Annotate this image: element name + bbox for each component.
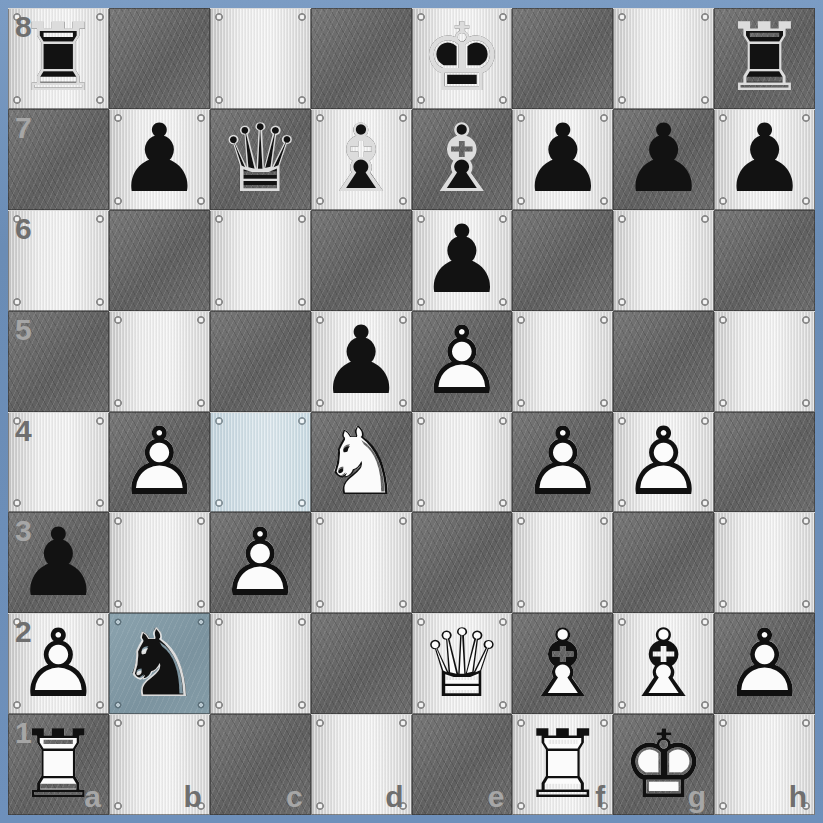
pawn-outline-icon: ♙ [512, 412, 613, 513]
pawn-outline-icon: ♙ [8, 613, 109, 714]
square-a1[interactable]: 1a♜♖ [8, 714, 109, 815]
square-g7[interactable]: ♟ [613, 109, 714, 210]
square-b7[interactable]: ♟ [109, 109, 210, 210]
knight-outline-icon: ♘ [311, 412, 412, 513]
square-f5[interactable] [512, 311, 613, 412]
square-d6[interactable] [311, 210, 412, 311]
square-b2[interactable]: ♞♘ [109, 613, 210, 714]
white-pawn[interactable]: ♟♙ [613, 412, 714, 513]
white-pawn[interactable]: ♟♙ [109, 412, 210, 513]
queen-outline-icon: ♕ [412, 613, 513, 714]
square-e3[interactable] [412, 512, 513, 613]
white-queen[interactable]: ♛♕ [412, 613, 513, 714]
white-rook[interactable]: ♜♖ [8, 714, 109, 815]
pawn-icon: ♟ [512, 109, 613, 210]
rank-label-5: 5 [15, 315, 32, 345]
square-d5[interactable]: ♟ [311, 311, 412, 412]
pawn-icon: ♟ [412, 210, 513, 311]
square-f6[interactable] [512, 210, 613, 311]
square-c5[interactable] [210, 311, 311, 412]
square-e1[interactable]: e [412, 714, 513, 815]
square-g8[interactable] [613, 8, 714, 109]
bishop-outline-icon: ♗ [412, 109, 513, 210]
square-h7[interactable]: ♟ [714, 109, 815, 210]
square-b6[interactable] [109, 210, 210, 311]
square-h4[interactable] [714, 412, 815, 513]
pawn-icon: ♟ [109, 109, 210, 210]
square-e6[interactable]: ♟ [412, 210, 513, 311]
black-pawn[interactable]: ♟ [412, 210, 513, 311]
black-pawn[interactable]: ♟ [512, 109, 613, 210]
square-a4[interactable]: 4 [8, 412, 109, 513]
square-c4[interactable] [210, 412, 311, 513]
square-g6[interactable] [613, 210, 714, 311]
white-bishop[interactable]: ♝♗ [613, 613, 714, 714]
square-h6[interactable] [714, 210, 815, 311]
square-c8[interactable] [210, 8, 311, 109]
file-label-d: d [385, 782, 403, 812]
pawn-outline-icon: ♙ [412, 311, 513, 412]
black-pawn[interactable]: ♟ [311, 311, 412, 412]
black-bishop[interactable]: ♝♗ [412, 109, 513, 210]
black-rook[interactable]: ♜♖ [714, 8, 815, 109]
pawn-outline-icon: ♙ [714, 613, 815, 714]
black-pawn[interactable]: ♟ [109, 109, 210, 210]
black-bishop[interactable]: ♝♗ [311, 109, 412, 210]
square-a5[interactable]: 5 [8, 311, 109, 412]
white-pawn[interactable]: ♟♙ [412, 311, 513, 412]
bishop-outline-icon: ♗ [613, 613, 714, 714]
king-outline-icon: ♔ [412, 8, 513, 109]
white-rook[interactable]: ♜♖ [512, 714, 613, 815]
file-label-e: e [488, 782, 505, 812]
square-a7[interactable]: 7 [8, 109, 109, 210]
square-e5[interactable]: ♟♙ [412, 311, 513, 412]
square-c6[interactable] [210, 210, 311, 311]
black-king[interactable]: ♚♔ [412, 8, 513, 109]
square-g4[interactable]: ♟♙ [613, 412, 714, 513]
square-f1[interactable]: f♜♖ [512, 714, 613, 815]
square-g1[interactable]: g♚♔ [613, 714, 714, 815]
square-h1[interactable]: h [714, 714, 815, 815]
square-d2[interactable] [311, 613, 412, 714]
black-knight[interactable]: ♞♘ [109, 613, 210, 714]
square-a2[interactable]: 2♟♙ [8, 613, 109, 714]
pawn-outline-icon: ♙ [613, 412, 714, 513]
square-f8[interactable] [512, 8, 613, 109]
square-c2[interactable] [210, 613, 311, 714]
rank-label-6: 6 [15, 214, 32, 244]
square-f7[interactable]: ♟ [512, 109, 613, 210]
pawn-icon: ♟ [613, 109, 714, 210]
white-pawn[interactable]: ♟♙ [512, 412, 613, 513]
white-bishop[interactable]: ♝♗ [512, 613, 613, 714]
square-h5[interactable] [714, 311, 815, 412]
square-c7[interactable]: ♛♕ [210, 109, 311, 210]
pawn-icon: ♟ [714, 109, 815, 210]
white-knight[interactable]: ♞♘ [311, 412, 412, 513]
white-pawn[interactable]: ♟♙ [714, 613, 815, 714]
square-g5[interactable] [613, 311, 714, 412]
pawn-icon: ♟ [8, 512, 109, 613]
square-e8[interactable]: ♚♔ [412, 8, 513, 109]
square-h3[interactable] [714, 512, 815, 613]
white-pawn[interactable]: ♟♙ [8, 613, 109, 714]
square-d8[interactable] [311, 8, 412, 109]
square-a3[interactable]: 3♟ [8, 512, 109, 613]
queen-outline-icon: ♕ [210, 109, 311, 210]
square-f4[interactable]: ♟♙ [512, 412, 613, 513]
square-c1[interactable]: c [210, 714, 311, 815]
rank-label-4: 4 [15, 416, 32, 446]
square-h2[interactable]: ♟♙ [714, 613, 815, 714]
square-a6[interactable]: 6 [8, 210, 109, 311]
square-g3[interactable] [613, 512, 714, 613]
file-label-b: b [183, 782, 201, 812]
white-king[interactable]: ♚♔ [613, 714, 714, 815]
chess-board-frame: 8♜♖♚♔♜♖7♟♛♕♝♗♝♗♟♟♟6♟5♟♟♙4♟♙♞♘♟♙♟♙3♟♟♙2♟♙… [0, 0, 823, 823]
bishop-outline-icon: ♗ [512, 613, 613, 714]
square-d1[interactable]: d [311, 714, 412, 815]
rook-outline-icon: ♖ [714, 8, 815, 109]
knight-outline-icon: ♘ [109, 613, 210, 714]
chess-board: 8♜♖♚♔♜♖7♟♛♕♝♗♝♗♟♟♟6♟5♟♟♙4♟♙♞♘♟♙♟♙3♟♟♙2♟♙… [8, 8, 815, 815]
pawn-outline-icon: ♙ [109, 412, 210, 513]
square-b1[interactable]: b [109, 714, 210, 815]
pawn-outline-icon: ♙ [210, 512, 311, 613]
square-e4[interactable] [412, 412, 513, 513]
rook-outline-icon: ♖ [8, 8, 109, 109]
square-h8[interactable]: ♜♖ [714, 8, 815, 109]
king-outline-icon: ♔ [613, 714, 714, 815]
square-e2[interactable]: ♛♕ [412, 613, 513, 714]
rank-label-7: 7 [15, 113, 32, 143]
square-d7[interactable]: ♝♗ [311, 109, 412, 210]
black-pawn[interactable]: ♟ [8, 512, 109, 613]
black-pawn[interactable]: ♟ [613, 109, 714, 210]
black-queen[interactable]: ♛♕ [210, 109, 311, 210]
square-a8[interactable]: 8♜♖ [8, 8, 109, 109]
square-e7[interactable]: ♝♗ [412, 109, 513, 210]
rook-outline-icon: ♖ [8, 714, 109, 815]
rook-outline-icon: ♖ [512, 714, 613, 815]
square-d4[interactable]: ♞♘ [311, 412, 412, 513]
square-b8[interactable] [109, 8, 210, 109]
square-d3[interactable] [311, 512, 412, 613]
black-rook[interactable]: ♜♖ [8, 8, 109, 109]
white-pawn[interactable]: ♟♙ [210, 512, 311, 613]
square-b4[interactable]: ♟♙ [109, 412, 210, 513]
square-b5[interactable] [109, 311, 210, 412]
square-g2[interactable]: ♝♗ [613, 613, 714, 714]
file-label-h: h [789, 782, 807, 812]
bishop-outline-icon: ♗ [311, 109, 412, 210]
file-label-c: c [286, 782, 303, 812]
square-c3[interactable]: ♟♙ [210, 512, 311, 613]
black-pawn[interactable]: ♟ [714, 109, 815, 210]
square-f3[interactable] [512, 512, 613, 613]
square-b3[interactable] [109, 512, 210, 613]
square-f2[interactable]: ♝♗ [512, 613, 613, 714]
pawn-icon: ♟ [311, 311, 412, 412]
